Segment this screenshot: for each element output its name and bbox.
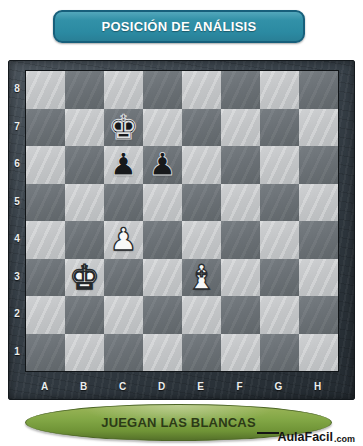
square-f4: [221, 221, 260, 259]
side-to-move-label: JUEGAN LAS BLANCAS: [101, 415, 256, 430]
square-e4: [182, 221, 221, 259]
rank-label-2: 2: [9, 295, 25, 333]
file-label-g: G: [259, 372, 298, 400]
black-pawn-piece: ♟: [110, 149, 138, 180]
square-e7: [182, 109, 221, 147]
square-d1: [143, 334, 182, 372]
rank-label-6: 6: [9, 145, 25, 183]
square-g3: [260, 259, 299, 297]
square-h1: [299, 334, 338, 372]
brand-tld: .com: [334, 431, 355, 444]
square-h7: [299, 109, 338, 147]
square-b4: [65, 221, 104, 259]
square-g6: [260, 146, 299, 184]
brand-logo: AulaFacil .com: [257, 430, 355, 444]
square-f1: [221, 334, 260, 372]
square-f3: [221, 259, 260, 297]
square-e6: [182, 146, 221, 184]
square-c8: [104, 71, 143, 109]
white-pawn-piece: ♟: [110, 224, 138, 255]
square-c3: [104, 259, 143, 297]
square-a4: [26, 221, 65, 259]
square-c6: ♟: [104, 146, 143, 184]
square-f6: [221, 146, 260, 184]
square-a5: [26, 184, 65, 222]
brand-swoosh-line: [257, 432, 279, 434]
square-d3: [143, 259, 182, 297]
white-king-piece: ♚: [69, 260, 99, 294]
brand-name: AulaFacil: [277, 430, 333, 444]
square-b3: ♚: [65, 259, 104, 297]
square-a2: [26, 296, 65, 334]
square-h3: [299, 259, 338, 297]
rank-label-8: 8: [9, 70, 25, 108]
square-e8: [182, 71, 221, 109]
square-f5: [221, 184, 260, 222]
square-b7: [65, 109, 104, 147]
white-bishop-piece: ♝: [186, 260, 216, 294]
square-c7: ♚: [104, 109, 143, 147]
square-c4: ♟: [104, 221, 143, 259]
square-h8: [299, 71, 338, 109]
square-a8: [26, 71, 65, 109]
square-b8: [65, 71, 104, 109]
file-label-b: B: [64, 372, 103, 400]
square-b2: [65, 296, 104, 334]
rank-label-7: 7: [9, 108, 25, 146]
square-g5: [260, 184, 299, 222]
square-c2: [104, 296, 143, 334]
square-h2: [299, 296, 338, 334]
square-e1: [182, 334, 221, 372]
square-a7: [26, 109, 65, 147]
rank-label-5: 5: [9, 183, 25, 221]
square-b1: [65, 334, 104, 372]
rank-label-3: 3: [9, 258, 25, 296]
analysis-position-banner: POSICIÓN DE ANÁLISIS: [53, 10, 305, 43]
black-king-piece: ♚: [108, 110, 138, 144]
square-g2: [260, 296, 299, 334]
square-e3: ♝: [182, 259, 221, 297]
rank-labels: 87654321: [9, 70, 25, 372]
file-label-d: D: [142, 372, 181, 400]
square-c5: [104, 184, 143, 222]
chess-board: ♚♟♟♟♚♝: [25, 70, 339, 372]
analysis-position-label: POSICIÓN DE ANÁLISIS: [101, 19, 256, 34]
square-h6: [299, 146, 338, 184]
file-label-c: C: [103, 372, 142, 400]
square-d8: [143, 71, 182, 109]
square-b6: [65, 146, 104, 184]
square-d5: [143, 184, 182, 222]
rank-label-1: 1: [9, 333, 25, 371]
square-h4: [299, 221, 338, 259]
file-label-f: F: [220, 372, 259, 400]
square-f2: [221, 296, 260, 334]
square-d2: [143, 296, 182, 334]
black-pawn-piece: ♟: [149, 149, 177, 180]
file-label-a: A: [25, 372, 64, 400]
square-f8: [221, 71, 260, 109]
square-g8: [260, 71, 299, 109]
square-g4: [260, 221, 299, 259]
square-d4: [143, 221, 182, 259]
square-c1: [104, 334, 143, 372]
file-label-e: E: [181, 372, 220, 400]
square-e5: [182, 184, 221, 222]
square-h5: [299, 184, 338, 222]
chess-board-frame: 87654321 ♚♟♟♟♚♝ ABCDEFGH: [8, 60, 355, 400]
square-d7: [143, 109, 182, 147]
file-label-h: H: [298, 372, 337, 400]
square-a6: [26, 146, 65, 184]
square-a1: [26, 334, 65, 372]
page: POSICIÓN DE ANÁLISIS 87654321 ♚♟♟♟♚♝ ABC…: [0, 0, 363, 446]
square-e2: [182, 296, 221, 334]
square-g1: [260, 334, 299, 372]
square-f7: [221, 109, 260, 147]
square-a3: [26, 259, 65, 297]
square-d6: ♟: [143, 146, 182, 184]
square-b5: [65, 184, 104, 222]
rank-label-4: 4: [9, 220, 25, 258]
square-g7: [260, 109, 299, 147]
file-labels: ABCDEFGH: [25, 372, 339, 400]
